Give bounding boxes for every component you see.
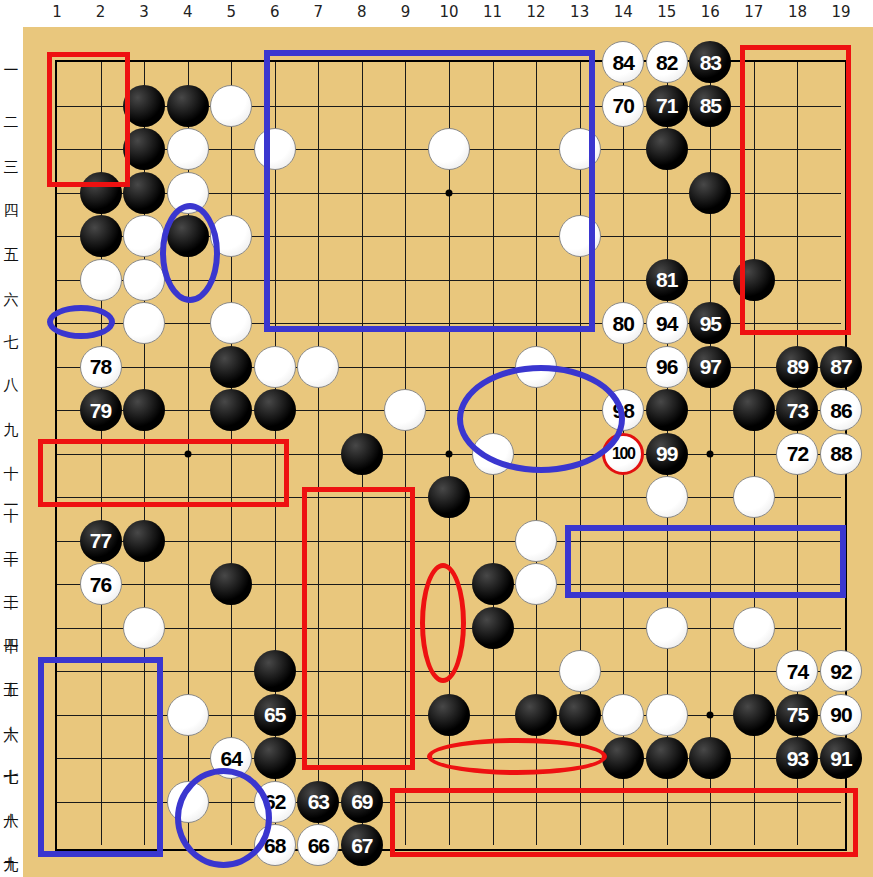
red-ellipse-annotation-1 <box>420 563 466 683</box>
red-rectangle-annotation-2 <box>740 45 851 335</box>
red-ellipse-annotation-2 <box>427 738 607 775</box>
go-diagram: 12345678910111213141516171819 一二三四五六七八九十… <box>0 0 873 877</box>
blue-ellipse-annotation-2 <box>47 305 115 339</box>
annotations <box>0 0 873 877</box>
red-rectangle-annotation-4 <box>302 487 415 770</box>
red-rectangle-annotation-1 <box>47 52 130 187</box>
blue-ellipse-annotation-4 <box>175 768 272 868</box>
red-rectangle-annotation-5 <box>390 788 858 857</box>
blue-rectangle-annotation-2 <box>565 525 846 598</box>
blue-ellipse-annotation-3 <box>457 365 625 473</box>
red-rectangle-annotation-3 <box>38 439 289 507</box>
blue-rectangle-annotation-1 <box>264 50 595 332</box>
blue-rectangle-annotation-3 <box>38 657 163 857</box>
blue-ellipse-annotation-1 <box>160 203 220 303</box>
